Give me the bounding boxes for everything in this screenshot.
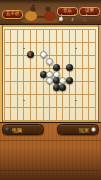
wood-seam [0,170,101,171]
player-badge-computer: 电脑 [2,124,44,135]
wood-seam [0,140,101,141]
computer-label: 电脑 [12,127,22,133]
player-label: 玩家 [79,127,89,133]
trinket-string [74,14,75,16]
settings-button[interactable]: 设置 [79,7,100,16]
music-note-icon[interactable]: ♪ [71,16,74,22]
trinket-string [86,14,87,16]
last-move-marker [29,53,31,55]
header-bar: 五子棋 音乐 设置 ♪ ∴ [0,0,101,24]
hanging-ball-icon[interactable] [59,17,63,21]
black-stone-icon [5,127,10,132]
board-intersection[interactable] [92,116,99,123]
gomoku-board[interactable] [0,24,101,123]
gomoku-app-window: 五子棋 音乐 设置 ♪ ∴ 电脑 玩家 [0,0,101,180]
player-badge-human: 玩家 [57,124,99,135]
board-cells[interactable] [1,25,99,123]
white-stone-icon [91,127,96,132]
share-icon[interactable]: ∴ [83,17,86,22]
game-title-button[interactable]: 五子棋 [2,10,23,19]
